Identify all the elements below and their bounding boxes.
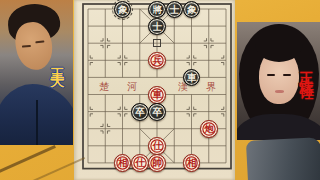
xiangqi-board: 楚河 漢界 象將士象士兵車車卒卒炮仕相仕帥相: [74, 0, 235, 180]
table-edge-line: [0, 145, 56, 173]
piece-black-士-5-0[interactable]: 士: [166, 1, 184, 19]
right-player-photo: [237, 22, 320, 140]
right-player-eye: [283, 74, 291, 76]
piece-red-車-4-5[interactable]: 車: [148, 86, 166, 104]
left-player-eye: [35, 40, 44, 43]
piece-red-帥-4-9[interactable]: 帥: [148, 154, 166, 172]
video-frame: 王天一 楚河 漢界 象將士象士兵車車卒卒炮仕相仕帥相 王铁锤: [0, 0, 320, 180]
piece-red-仕-3-9[interactable]: 仕: [131, 154, 149, 172]
piece-red-仕-4-8[interactable]: 仕: [148, 137, 166, 155]
left-player-name: 王天一: [51, 56, 65, 77]
desk-object: [246, 137, 320, 180]
right-player-eye: [267, 74, 275, 76]
piece-black-卒-3-6[interactable]: 卒: [131, 103, 149, 121]
piece-black-卒-4-6[interactable]: 卒: [148, 103, 166, 121]
piece-red-相-2-9[interactable]: 相: [114, 154, 132, 172]
right-player-name: 王铁锤: [300, 60, 314, 81]
piece-red-相-6-9[interactable]: 相: [183, 154, 201, 172]
pieces-grid[interactable]: 象將士象士兵車車卒卒炮仕相仕帥相: [79, 1, 234, 172]
piece-black-將-4-0[interactable]: 將: [148, 1, 166, 19]
piece-red-炮-7-7[interactable]: 炮: [200, 120, 218, 138]
right-player-lips: [275, 90, 284, 93]
piece-red-兵-4-3[interactable]: 兵: [148, 52, 166, 70]
right-player-shirt: [237, 114, 320, 140]
left-player-shirt-zip: [36, 100, 38, 145]
piece-black-象-6-0[interactable]: 象: [183, 1, 201, 19]
piece-black-象-2-0[interactable]: 象: [114, 1, 132, 19]
left-player-eye: [22, 45, 31, 48]
piece-black-士-4-1[interactable]: 士: [148, 18, 166, 36]
piece-black-車-6-4[interactable]: 車: [183, 69, 201, 87]
